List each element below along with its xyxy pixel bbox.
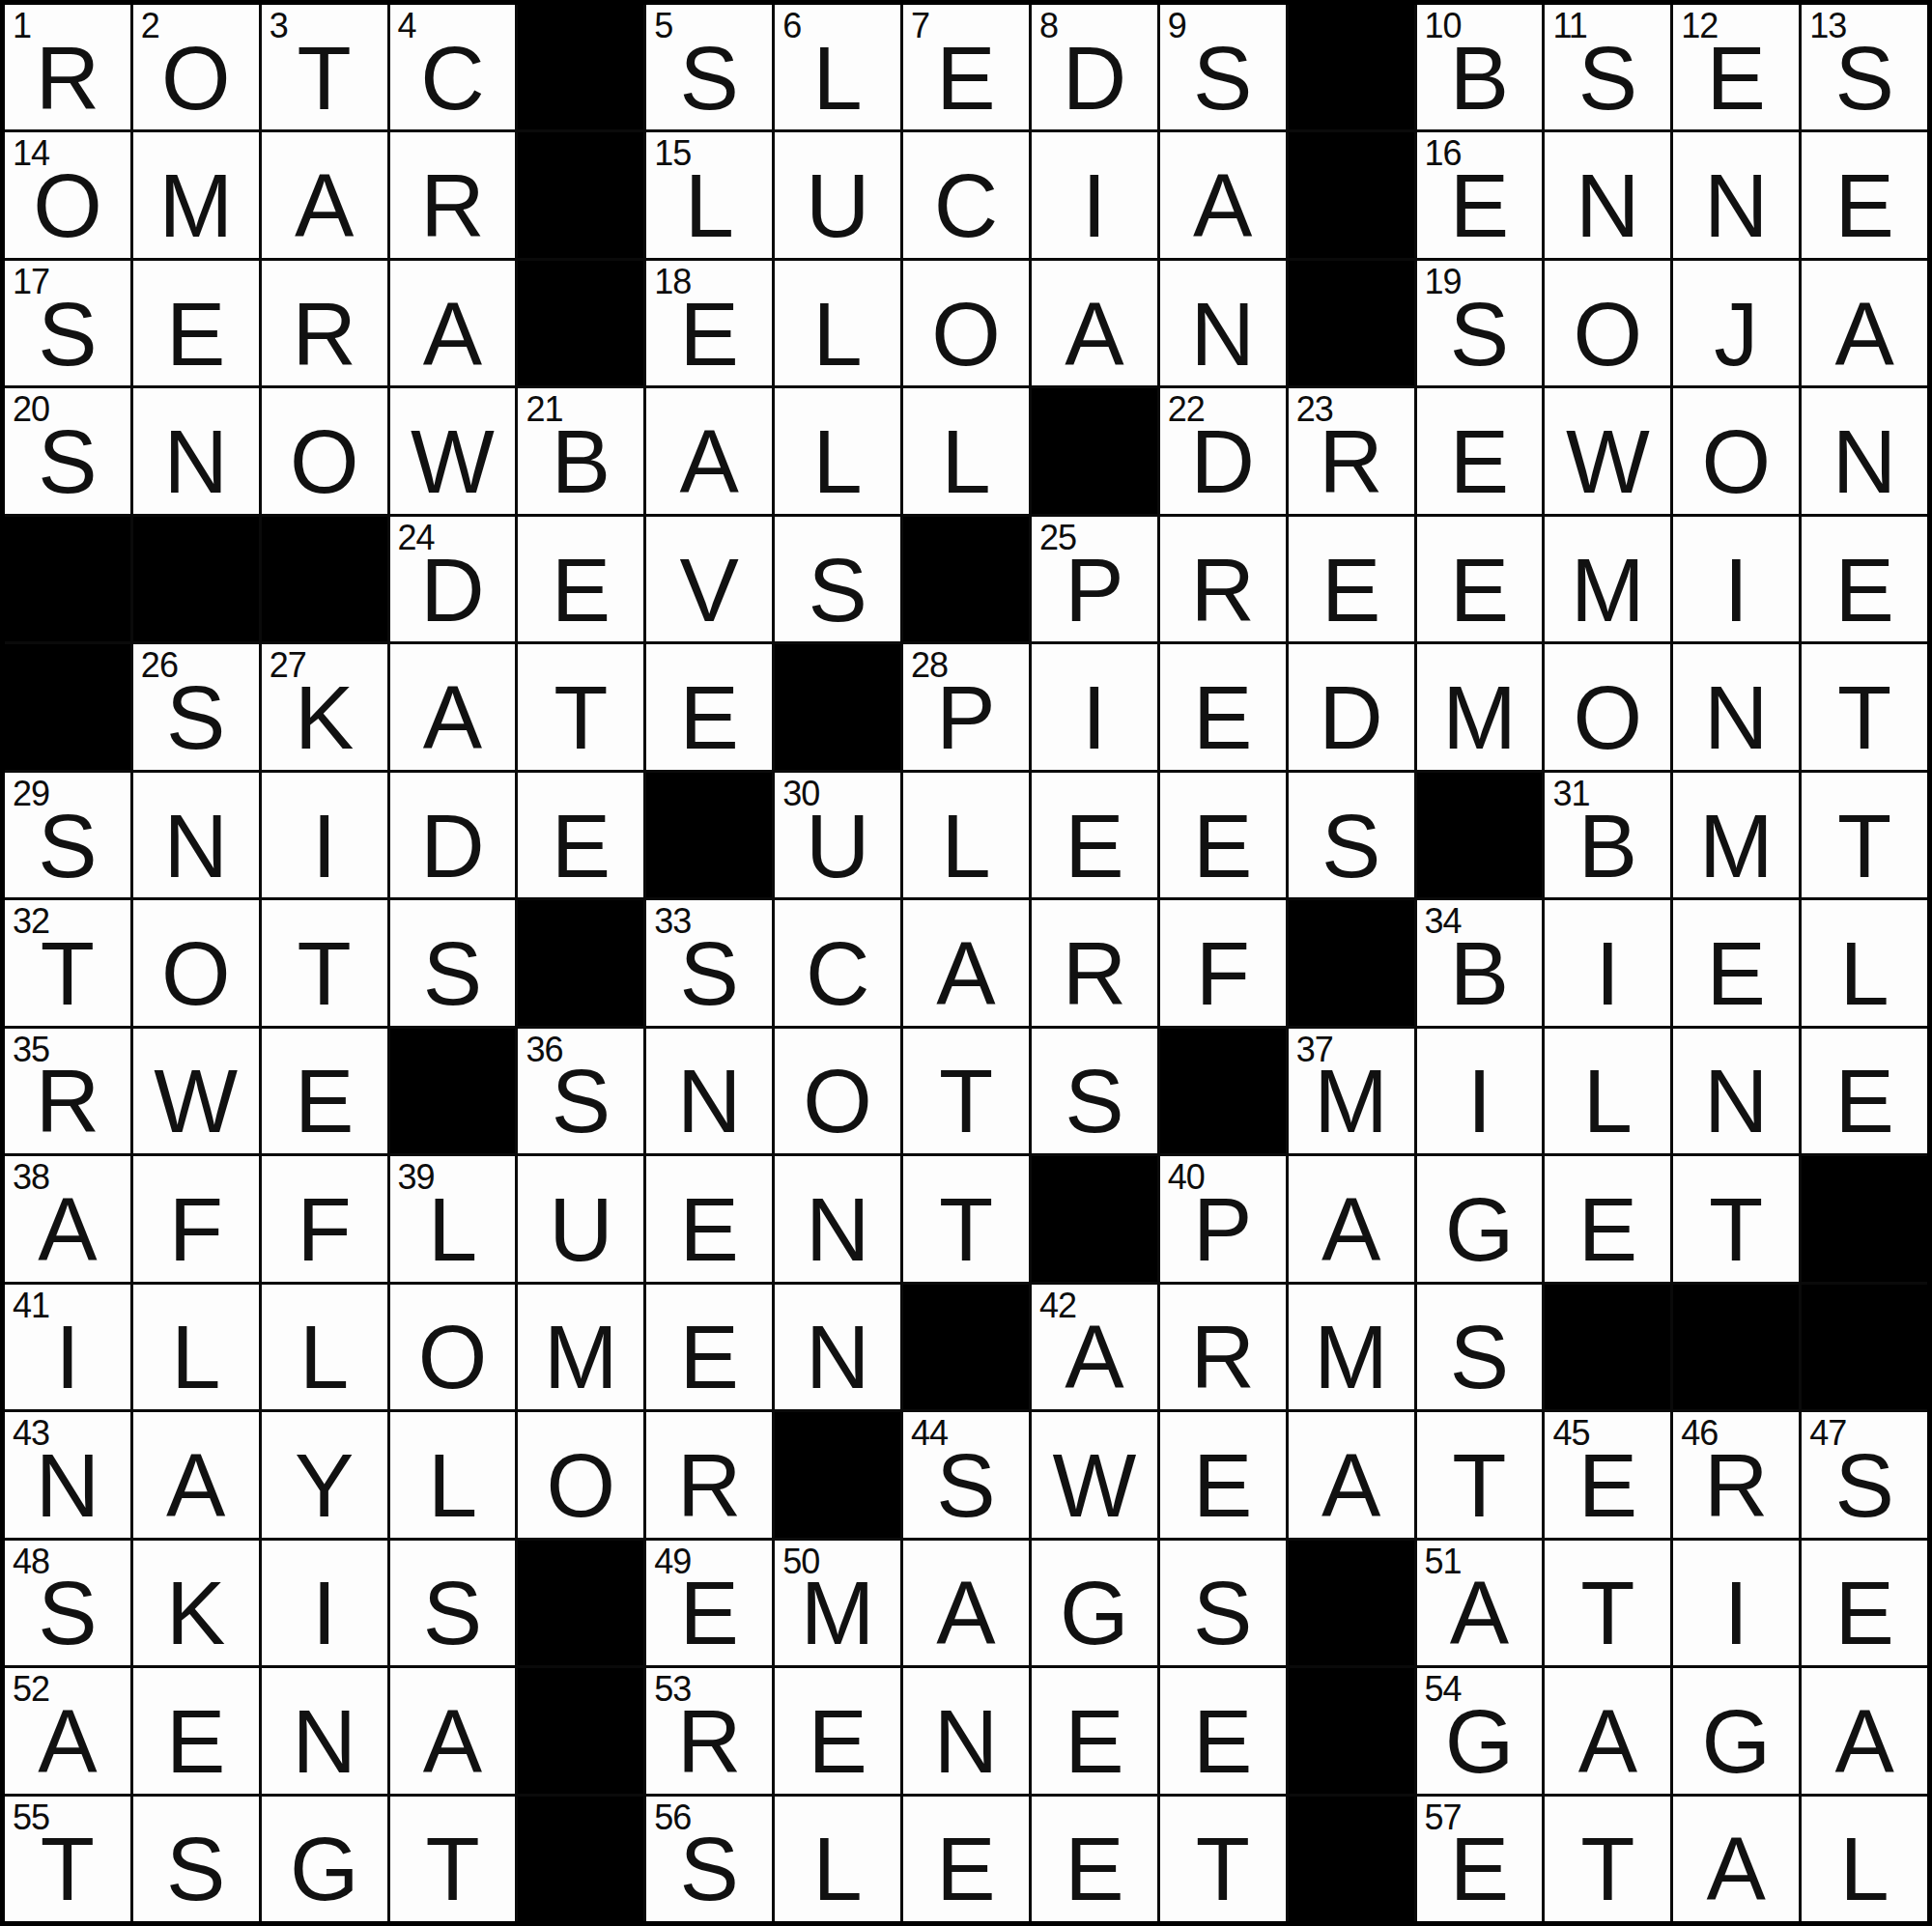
- black-cell: [1289, 1668, 1414, 1793]
- letter-cell: O: [133, 900, 259, 1025]
- cell-letter: A: [133, 1441, 259, 1529]
- letter-cell: A: [262, 132, 387, 257]
- letter-cell: S: [775, 517, 900, 641]
- black-cell: [1417, 773, 1543, 897]
- letter-cell: U: [775, 132, 900, 257]
- cell-letter: E: [903, 1826, 1029, 1913]
- letter-cell: J: [1673, 261, 1799, 385]
- black-cell: [262, 517, 387, 641]
- cell-letter: T: [903, 1058, 1029, 1146]
- letter-cell: 2O: [133, 5, 259, 129]
- letter-cell: O: [390, 1285, 516, 1409]
- cell-letter: O: [775, 1058, 900, 1146]
- letter-cell: E: [518, 517, 643, 641]
- letter-cell: 56S: [646, 1797, 772, 1921]
- letter-cell: E: [1289, 517, 1414, 641]
- letter-cell: E: [1032, 1668, 1157, 1793]
- cell-letter: A: [1289, 1441, 1414, 1529]
- letter-cell: 6L: [775, 5, 900, 129]
- cell-letter: B: [1417, 34, 1543, 122]
- cell-letter: A: [1802, 290, 1927, 378]
- letter-cell: G: [262, 1797, 387, 1921]
- letter-cell: O: [903, 261, 1029, 385]
- black-cell: [1160, 1029, 1286, 1153]
- black-cell: [1289, 5, 1414, 129]
- cell-letter: O: [1673, 417, 1799, 505]
- letter-cell: R: [262, 261, 387, 385]
- letter-cell: 47S: [1802, 1412, 1927, 1537]
- letter-cell: I: [262, 1541, 387, 1665]
- letter-cell: L: [1802, 900, 1927, 1025]
- cell-letter: L: [390, 1185, 516, 1273]
- cell-letter: A: [5, 1697, 130, 1785]
- cell-letter: S: [5, 290, 130, 378]
- cell-letter: M: [518, 1314, 643, 1402]
- letter-cell: E: [775, 1668, 900, 1793]
- letter-cell: T: [1545, 1541, 1670, 1665]
- cell-letter: S: [646, 929, 772, 1017]
- letter-cell: I: [1417, 1029, 1543, 1153]
- letter-cell: F: [1160, 900, 1286, 1025]
- letter-cell: T: [1417, 1412, 1543, 1537]
- cell-letter: S: [1802, 1441, 1927, 1529]
- letter-cell: T: [1802, 773, 1927, 897]
- letter-cell: K: [133, 1541, 259, 1665]
- cell-letter: E: [646, 673, 772, 761]
- letter-cell: 1R: [5, 5, 130, 129]
- black-cell: [1032, 1156, 1157, 1281]
- letter-cell: 23R: [1289, 388, 1414, 513]
- black-cell: [133, 517, 259, 641]
- letter-cell: 54G: [1417, 1668, 1543, 1793]
- letter-cell: T: [518, 644, 643, 769]
- cell-letter: N: [1160, 290, 1286, 378]
- letter-cell: R: [646, 1412, 772, 1537]
- letter-cell: O: [775, 1029, 900, 1153]
- letter-cell: 30U: [775, 773, 900, 897]
- cell-letter: T: [1545, 1826, 1670, 1913]
- cell-letter: E: [1545, 1441, 1670, 1529]
- letter-cell: 35R: [5, 1029, 130, 1153]
- letter-cell: M: [1673, 773, 1799, 897]
- cell-letter: U: [518, 1185, 643, 1273]
- letter-cell: 46R: [1673, 1412, 1799, 1537]
- cell-letter: S: [1289, 802, 1414, 890]
- cell-letter: A: [646, 417, 772, 505]
- cell-letter: S: [1545, 34, 1670, 122]
- letter-cell: 25P: [1032, 517, 1157, 641]
- letter-cell: 52A: [5, 1668, 130, 1793]
- black-cell: [518, 1541, 643, 1665]
- cell-letter: G: [1673, 1697, 1799, 1785]
- cell-letter: R: [646, 1441, 772, 1529]
- cell-letter: E: [646, 1570, 772, 1657]
- letter-cell: E: [903, 1797, 1029, 1921]
- letter-cell: 48S: [5, 1541, 130, 1665]
- cell-letter: L: [775, 290, 900, 378]
- cell-letter: T: [1417, 1441, 1543, 1529]
- cell-letter: E: [518, 546, 643, 634]
- cell-letter: N: [1673, 1058, 1799, 1146]
- cell-letter: A: [390, 1697, 516, 1785]
- cell-letter: L: [903, 802, 1029, 890]
- letter-cell: E: [1160, 1668, 1286, 1793]
- letter-cell: E: [1802, 1541, 1927, 1665]
- letter-cell: 4C: [390, 5, 516, 129]
- cell-letter: I: [1673, 1570, 1799, 1657]
- letter-cell: I: [262, 773, 387, 897]
- letter-cell: D: [1289, 644, 1414, 769]
- cell-letter: E: [1802, 546, 1927, 634]
- cell-letter: N: [133, 802, 259, 890]
- cell-letter: I: [1545, 929, 1670, 1017]
- letter-cell: W: [1032, 1412, 1157, 1537]
- letter-cell: 49E: [646, 1541, 772, 1665]
- cell-letter: E: [1032, 1826, 1157, 1913]
- cell-letter: O: [5, 161, 130, 249]
- cell-letter: N: [5, 1441, 130, 1529]
- letter-cell: A: [903, 900, 1029, 1025]
- letter-cell: A: [1802, 261, 1927, 385]
- letter-cell: 18E: [646, 261, 772, 385]
- letter-cell: 50M: [775, 1541, 900, 1665]
- cell-letter: S: [5, 802, 130, 890]
- letter-cell: G: [1673, 1668, 1799, 1793]
- cell-letter: O: [1545, 673, 1670, 761]
- cell-letter: I: [1673, 546, 1799, 634]
- cell-letter: S: [390, 1570, 516, 1657]
- cell-letter: E: [646, 290, 772, 378]
- letter-cell: A: [390, 261, 516, 385]
- letter-cell: E: [1417, 517, 1543, 641]
- letter-cell: 53R: [646, 1668, 772, 1793]
- cell-letter: E: [262, 1058, 387, 1146]
- black-cell: [518, 1797, 643, 1921]
- cell-letter: E: [1673, 929, 1799, 1017]
- letter-cell: C: [903, 132, 1029, 257]
- cell-letter: T: [1673, 1185, 1799, 1273]
- cell-letter: N: [133, 417, 259, 505]
- cell-letter: F: [262, 1185, 387, 1273]
- cell-letter: W: [390, 417, 516, 505]
- cell-letter: R: [1673, 1441, 1799, 1529]
- cell-letter: A: [1673, 1826, 1799, 1913]
- cell-letter: I: [5, 1314, 130, 1402]
- cell-letter: S: [646, 34, 772, 122]
- cell-letter: E: [1160, 1697, 1286, 1785]
- letter-cell: 32T: [5, 900, 130, 1025]
- cell-letter: T: [5, 1826, 130, 1913]
- cell-letter: G: [1417, 1697, 1543, 1785]
- letter-cell: 45E: [1545, 1412, 1670, 1537]
- cell-letter: L: [903, 417, 1029, 505]
- letter-cell: E: [646, 1285, 772, 1409]
- black-cell: [5, 517, 130, 641]
- cell-letter: E: [1160, 1441, 1286, 1529]
- letter-cell: R: [1032, 900, 1157, 1025]
- cell-letter: S: [1160, 34, 1286, 122]
- cell-letter: I: [1417, 1058, 1543, 1146]
- letter-cell: E: [1673, 900, 1799, 1025]
- letter-cell: N: [1160, 261, 1286, 385]
- letter-cell: T: [1673, 1156, 1799, 1281]
- cell-letter: A: [903, 929, 1029, 1017]
- cell-letter: M: [1289, 1058, 1414, 1146]
- black-cell: [646, 773, 772, 897]
- cell-letter: L: [775, 417, 900, 505]
- cell-letter: S: [5, 1570, 130, 1657]
- letter-cell: 41I: [5, 1285, 130, 1409]
- letter-cell: N: [775, 1156, 900, 1281]
- letter-cell: I: [1673, 517, 1799, 641]
- letter-cell: 13S: [1802, 5, 1927, 129]
- letter-cell: N: [903, 1668, 1029, 1793]
- letter-cell: E: [1802, 1029, 1927, 1153]
- cell-letter: T: [1802, 673, 1927, 761]
- letter-cell: N: [262, 1668, 387, 1793]
- black-cell: [1289, 900, 1414, 1025]
- letter-cell: E: [1417, 388, 1543, 513]
- letter-cell: O: [1673, 388, 1799, 513]
- letter-cell: 7E: [903, 5, 1029, 129]
- letter-cell: L: [903, 773, 1029, 897]
- letter-cell: F: [133, 1156, 259, 1281]
- cell-letter: I: [1032, 161, 1157, 249]
- letter-cell: R: [390, 132, 516, 257]
- cell-letter: N: [262, 1697, 387, 1785]
- cell-letter: R: [1032, 929, 1157, 1017]
- letter-cell: O: [1545, 644, 1670, 769]
- black-cell: [1289, 1541, 1414, 1665]
- letter-cell: L: [775, 388, 900, 513]
- letter-cell: 36S: [518, 1029, 643, 1153]
- letter-cell: 26S: [133, 644, 259, 769]
- cell-letter: L: [262, 1314, 387, 1402]
- black-cell: [390, 1029, 516, 1153]
- letter-cell: M: [518, 1285, 643, 1409]
- cell-letter: E: [1160, 673, 1286, 761]
- cell-letter: R: [1160, 1314, 1286, 1402]
- cell-letter: T: [5, 929, 130, 1017]
- cell-letter: W: [133, 1058, 259, 1146]
- cell-letter: R: [262, 290, 387, 378]
- cell-letter: O: [903, 290, 1029, 378]
- cell-letter: C: [390, 34, 516, 122]
- letter-cell: 8D: [1032, 5, 1157, 129]
- cell-letter: N: [646, 1058, 772, 1146]
- letter-cell: T: [390, 1797, 516, 1921]
- cell-letter: N: [1673, 161, 1799, 249]
- black-cell: [1289, 132, 1414, 257]
- letter-cell: W: [1545, 388, 1670, 513]
- cell-letter: E: [1417, 546, 1543, 634]
- letter-cell: S: [1032, 1029, 1157, 1153]
- letter-cell: 37M: [1289, 1029, 1414, 1153]
- cell-letter: O: [262, 417, 387, 505]
- cell-letter: J: [1673, 290, 1799, 378]
- cell-letter: A: [390, 673, 516, 761]
- letter-cell: 16E: [1417, 132, 1543, 257]
- letter-cell: 44S: [903, 1412, 1029, 1537]
- cell-letter: A: [1160, 161, 1286, 249]
- letter-cell: S: [1417, 1285, 1543, 1409]
- letter-cell: E: [1545, 1156, 1670, 1281]
- letter-cell: L: [1545, 1029, 1670, 1153]
- black-cell: [775, 644, 900, 769]
- letter-cell: E: [1802, 132, 1927, 257]
- cell-letter: W: [1032, 1441, 1157, 1529]
- cell-letter: F: [1160, 929, 1286, 1017]
- cell-letter: A: [5, 1185, 130, 1273]
- letter-cell: I: [1032, 644, 1157, 769]
- letter-cell: E: [646, 1156, 772, 1281]
- letter-cell: F: [262, 1156, 387, 1281]
- cell-letter: E: [1673, 34, 1799, 122]
- cell-letter: S: [1160, 1570, 1286, 1657]
- letter-cell: L: [262, 1285, 387, 1409]
- cell-letter: G: [1032, 1570, 1157, 1657]
- cell-letter: N: [1673, 673, 1799, 761]
- letter-cell: N: [1673, 132, 1799, 257]
- cell-letter: E: [133, 1697, 259, 1785]
- letter-cell: U: [518, 1156, 643, 1281]
- letter-cell: T: [903, 1029, 1029, 1153]
- cell-letter: T: [262, 34, 387, 122]
- letter-cell: 19S: [1417, 261, 1543, 385]
- cell-letter: I: [262, 1570, 387, 1657]
- letter-cell: E: [1160, 644, 1286, 769]
- letter-cell: S: [390, 900, 516, 1025]
- letter-cell: A: [1289, 1156, 1414, 1281]
- letter-cell: E: [1802, 517, 1927, 641]
- cell-letter: L: [775, 34, 900, 122]
- letter-cell: A: [1545, 1668, 1670, 1793]
- letter-cell: S: [1289, 773, 1414, 897]
- cell-letter: S: [390, 929, 516, 1017]
- letter-cell: T: [262, 900, 387, 1025]
- letter-cell: A: [903, 1541, 1029, 1665]
- cell-letter: O: [1545, 290, 1670, 378]
- cell-letter: A: [1802, 1697, 1927, 1785]
- letter-cell: A: [1032, 261, 1157, 385]
- letter-cell: O: [518, 1412, 643, 1537]
- cell-letter: V: [646, 546, 772, 634]
- cell-letter: O: [518, 1441, 643, 1529]
- letter-cell: 39L: [390, 1156, 516, 1281]
- cell-letter: I: [1032, 673, 1157, 761]
- black-cell: [903, 517, 1029, 641]
- cell-letter: R: [390, 161, 516, 249]
- letter-cell: 28P: [903, 644, 1029, 769]
- letter-cell: G: [1417, 1156, 1543, 1281]
- black-cell: [518, 261, 643, 385]
- cell-letter: A: [390, 290, 516, 378]
- letter-cell: R: [1160, 517, 1286, 641]
- cell-letter: E: [646, 1314, 772, 1402]
- cell-letter: U: [775, 161, 900, 249]
- cell-letter: N: [903, 1697, 1029, 1785]
- letter-cell: 9S: [1160, 5, 1286, 129]
- letter-cell: A: [1160, 132, 1286, 257]
- black-cell: [1289, 261, 1414, 385]
- cell-letter: L: [775, 1826, 900, 1913]
- letter-cell: W: [133, 1029, 259, 1153]
- letter-cell: T: [903, 1156, 1029, 1281]
- letter-cell: 14O: [5, 132, 130, 257]
- cell-letter: S: [133, 1826, 259, 1913]
- cell-letter: C: [775, 929, 900, 1017]
- letter-cell: A: [1673, 1797, 1799, 1921]
- letter-cell: 34B: [1417, 900, 1543, 1025]
- cell-letter: C: [903, 161, 1029, 249]
- cell-letter: A: [1032, 290, 1157, 378]
- cell-letter: S: [1032, 1058, 1157, 1146]
- cell-letter: U: [775, 802, 900, 890]
- cell-letter: W: [1545, 417, 1670, 505]
- black-cell: [775, 1412, 900, 1537]
- cell-letter: M: [1545, 546, 1670, 634]
- letter-cell: E: [133, 1668, 259, 1793]
- letter-cell: N: [1673, 1029, 1799, 1153]
- cell-letter: D: [390, 546, 516, 634]
- letter-cell: S: [133, 1797, 259, 1921]
- letter-cell: 29S: [5, 773, 130, 897]
- cell-letter: P: [1032, 546, 1157, 634]
- letter-cell: T: [1802, 644, 1927, 769]
- letter-cell: M: [1545, 517, 1670, 641]
- black-cell: [518, 1668, 643, 1793]
- cell-letter: M: [1289, 1314, 1414, 1402]
- cell-letter: A: [903, 1570, 1029, 1657]
- letter-cell: G: [1032, 1541, 1157, 1665]
- cell-letter: A: [1289, 1185, 1414, 1273]
- cell-letter: E: [1160, 802, 1286, 890]
- letter-cell: W: [390, 388, 516, 513]
- cell-letter: R: [1160, 546, 1286, 634]
- cell-letter: E: [1802, 1570, 1927, 1657]
- cell-letter: T: [1802, 802, 1927, 890]
- cell-letter: D: [1160, 417, 1286, 505]
- cell-letter: E: [1032, 802, 1157, 890]
- cell-letter: L: [390, 1441, 516, 1529]
- cell-letter: O: [133, 34, 259, 122]
- crossword-board: 1R2O3T4C5S6L7E8D9S10B11S12E13S14OMAR15LU…: [0, 0, 1932, 1926]
- letter-cell: Y: [262, 1412, 387, 1537]
- cell-letter: M: [775, 1570, 900, 1657]
- letter-cell: V: [646, 517, 772, 641]
- letter-cell: M: [1289, 1285, 1414, 1409]
- cell-letter: E: [1417, 1826, 1543, 1913]
- letter-cell: 10B: [1417, 5, 1543, 129]
- cell-letter: G: [1417, 1185, 1543, 1273]
- letter-cell: 40P: [1160, 1156, 1286, 1281]
- cell-letter: S: [903, 1441, 1029, 1529]
- letter-cell: N: [775, 1285, 900, 1409]
- cell-letter: S: [1417, 290, 1543, 378]
- cell-letter: E: [903, 34, 1029, 122]
- letter-cell: 20S: [5, 388, 130, 513]
- letter-cell: 21B: [518, 388, 643, 513]
- letter-cell: N: [1673, 644, 1799, 769]
- letter-cell: N: [1545, 132, 1670, 257]
- black-cell: [518, 132, 643, 257]
- cell-letter: B: [1417, 929, 1543, 1017]
- cell-letter: K: [262, 673, 387, 761]
- cell-letter: N: [775, 1185, 900, 1273]
- black-cell: [5, 644, 130, 769]
- letter-cell: E: [262, 1029, 387, 1153]
- letter-cell: I: [1032, 132, 1157, 257]
